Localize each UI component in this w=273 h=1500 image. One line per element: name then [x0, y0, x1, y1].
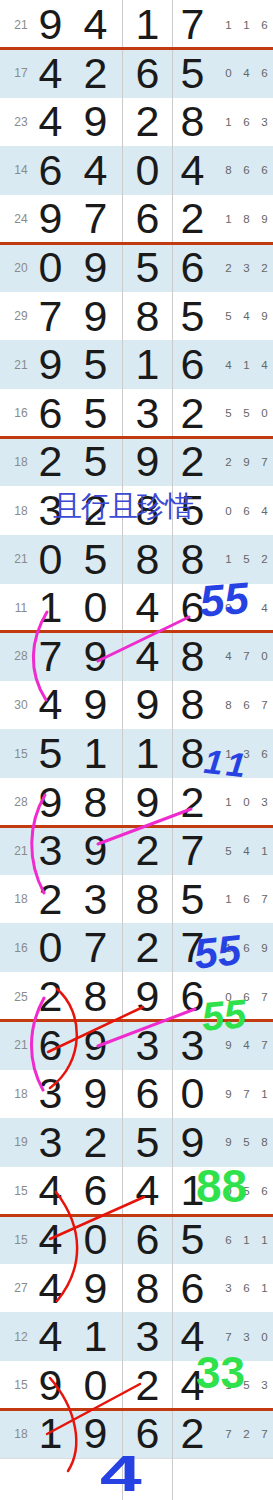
extra-digit: 5 [239, 389, 254, 438]
draw-digit: 0 [169, 1069, 215, 1118]
draw-row: 183960971 [0, 1069, 273, 1118]
draw-digit: 6 [27, 1021, 73, 1070]
extra-digit: 6 [257, 49, 272, 98]
extra-digit: 8 [221, 146, 236, 195]
extra-digit: 1 [221, 194, 236, 243]
draw-row: 166532550 [0, 389, 273, 438]
extra-digit: 7 [257, 972, 272, 1021]
extra-digit: 0 [221, 49, 236, 98]
draw-digit: 9 [72, 826, 118, 875]
draw-digit: 4 [72, 0, 118, 49]
extra-digit: 7 [257, 437, 272, 486]
extra-digit: 3 [221, 1264, 236, 1313]
draw-digit: 0 [124, 146, 170, 195]
draw-row: 146404866 [0, 146, 273, 195]
draw-digit: 8 [169, 97, 215, 146]
draw-digit: 1 [124, 0, 170, 49]
draw-digit: 6 [27, 146, 73, 195]
draw-digit: 4 [27, 1312, 73, 1361]
draw-digit: 1 [27, 1409, 73, 1458]
draw-digit: 3 [27, 826, 73, 875]
handwritten-number-blue: 4 [100, 1449, 142, 1499]
extra-digit: 7 [221, 1409, 236, 1458]
extra-digit: 4 [239, 826, 254, 875]
draw-digit: 5 [72, 437, 118, 486]
draw-row: 289892103 [0, 778, 273, 827]
extra-digit: 6 [239, 97, 254, 146]
handwritten-number-blue: 55 [198, 576, 251, 624]
draw-digit: 9 [27, 340, 73, 389]
extra-digit: 5 [221, 389, 236, 438]
draw-digit: 9 [72, 243, 118, 292]
draw-digit: 4 [27, 1215, 73, 1264]
draw-digit: 0 [27, 923, 73, 972]
extra-digit: 7 [239, 632, 254, 681]
draw-digit: 8 [169, 632, 215, 681]
extra-digit: 1 [257, 1215, 272, 1264]
draw-digit: 1 [72, 1312, 118, 1361]
extra-digit: 7 [239, 1069, 254, 1118]
extra-digit: 6 [221, 1215, 236, 1264]
draw-digit: 9 [72, 632, 118, 681]
period-separator-line [0, 825, 273, 828]
extra-digit: 2 [221, 243, 236, 292]
draw-digit: 0 [27, 535, 73, 584]
draw-digit: 2 [124, 1361, 170, 1410]
draw-digit: 2 [169, 437, 215, 486]
extra-digit: 4 [239, 49, 254, 98]
extra-digit: 6 [257, 729, 272, 778]
draw-digit: 4 [124, 632, 170, 681]
extra-digit: 9 [257, 292, 272, 341]
draw-digit: 3 [124, 1312, 170, 1361]
draw-digit: 4 [27, 1166, 73, 1215]
draw-digit: 3 [27, 1069, 73, 1118]
draw-digit: 2 [124, 97, 170, 146]
period-separator-line [0, 242, 273, 245]
draw-digit: 5 [169, 1215, 215, 1264]
draw-digit: 1 [124, 729, 170, 778]
extra-digit: 3 [257, 778, 272, 827]
draw-row: 297985549 [0, 292, 273, 341]
draw-digit: 6 [169, 243, 215, 292]
draw-digit: 7 [169, 0, 215, 49]
extra-digit: 6 [239, 486, 254, 535]
draw-digit: 8 [169, 680, 215, 729]
draw-digit: 1 [27, 583, 73, 632]
draw-digit: 9 [27, 778, 73, 827]
draw-digit: 2 [124, 923, 170, 972]
draw-digit: 1 [124, 340, 170, 389]
draw-digit: 9 [124, 680, 170, 729]
draw-digit: 0 [72, 1361, 118, 1410]
draw-row: 287948470 [0, 632, 273, 681]
draw-digit: 5 [124, 243, 170, 292]
draw-digit: 2 [27, 437, 73, 486]
draw-digit: 4 [27, 49, 73, 98]
extra-digit: 3 [239, 243, 254, 292]
period-separator-line [0, 1214, 273, 1217]
draw-digit: 9 [27, 194, 73, 243]
lottery-trend-chart: 2194171161742650462349281631464048662497… [0, 0, 273, 1500]
draw-digit: 5 [169, 49, 215, 98]
extra-digit: 7 [257, 1409, 272, 1458]
draw-digit: 4 [27, 1264, 73, 1313]
extra-digit: 1 [239, 340, 254, 389]
period-separator-line [0, 436, 273, 439]
draw-digit: 6 [27, 389, 73, 438]
draw-digit: 6 [124, 49, 170, 98]
handwritten-number-green: 88 [196, 1163, 247, 1209]
draw-digit: 7 [72, 194, 118, 243]
extra-digit: 9 [221, 1069, 236, 1118]
extra-digit: 2 [257, 243, 272, 292]
draw-digit: 0 [27, 243, 73, 292]
extra-digit: 5 [221, 826, 236, 875]
extra-digit: 1 [239, 1215, 254, 1264]
draw-digit: 8 [124, 292, 170, 341]
extra-digit: 8 [221, 680, 236, 729]
extra-digit: 6 [239, 146, 254, 195]
draw-digit: 6 [169, 1264, 215, 1313]
draw-digit: 1 [72, 729, 118, 778]
draw-row: 249762189 [0, 194, 273, 243]
draw-digit: 5 [169, 875, 215, 924]
draw-row: 304998867 [0, 680, 273, 729]
extra-digit: 4 [257, 340, 272, 389]
draw-digit: 2 [72, 49, 118, 98]
handwritten-number-blue: 55 [192, 929, 243, 976]
draw-row: 219516414 [0, 340, 273, 389]
extra-digit: 0 [239, 778, 254, 827]
draw-digit: 6 [124, 1069, 170, 1118]
extra-digit: 3 [257, 1361, 272, 1410]
column-divider-line [122, 0, 123, 1500]
draw-digit: 5 [27, 729, 73, 778]
extra-digit: 5 [221, 292, 236, 341]
extra-digit: 0 [257, 1312, 272, 1361]
draw-digit: 7 [169, 826, 215, 875]
draw-row: 200956232 [0, 243, 273, 292]
draw-digit: 0 [72, 583, 118, 632]
extra-digit: 7 [257, 875, 272, 924]
draw-digit: 6 [169, 340, 215, 389]
draw-digit: 4 [169, 146, 215, 195]
draw-digit: 8 [124, 875, 170, 924]
period-separator-line [0, 47, 273, 50]
extra-digit: 6 [239, 1264, 254, 1313]
column-divider-line [172, 0, 173, 1500]
extra-digit: 4 [221, 340, 236, 389]
extra-digit: 4 [239, 292, 254, 341]
draw-row: 154065611 [0, 1215, 273, 1264]
draw-digit: 2 [169, 194, 215, 243]
draw-digit: 7 [27, 632, 73, 681]
draw-digit: 9 [27, 0, 73, 49]
draw-row: 219417116 [0, 0, 273, 49]
extra-digit: 0 [221, 486, 236, 535]
extra-digit: 1 [221, 0, 236, 49]
draw-digit: 3 [27, 1118, 73, 1167]
draw-row: 182385167 [0, 875, 273, 924]
draw-digit: 6 [124, 1215, 170, 1264]
draw-digit: 2 [169, 1409, 215, 1458]
extra-digit: 4 [221, 632, 236, 681]
draw-digit: 9 [124, 778, 170, 827]
draw-digit: 2 [124, 826, 170, 875]
extra-digit: 6 [239, 875, 254, 924]
draw-digit: 8 [72, 778, 118, 827]
extra-digit: 0 [257, 632, 272, 681]
draw-digit: 5 [72, 389, 118, 438]
extra-digit: 4 [257, 583, 272, 632]
draw-digit: 7 [72, 923, 118, 972]
extra-digit: 1 [257, 1264, 272, 1313]
draw-digit: 4 [27, 680, 73, 729]
extra-digit: 1 [257, 1069, 272, 1118]
extra-digit: 2 [221, 437, 236, 486]
period-separator-line [0, 1408, 273, 1411]
draw-digit: 3 [72, 875, 118, 924]
draw-digit: 5 [124, 1118, 170, 1167]
period-separator-line [0, 630, 273, 633]
extra-digit: 9 [257, 194, 272, 243]
extra-digit: 7 [257, 680, 272, 729]
extra-digit: 8 [239, 194, 254, 243]
handwritten-number-blue: 11 [202, 744, 253, 783]
extra-digit: 6 [257, 146, 272, 195]
draw-digit: 9 [124, 972, 170, 1021]
handwritten-number-green: 55 [200, 993, 248, 1037]
draw-digit: 8 [72, 972, 118, 1021]
draw-digit: 5 [72, 340, 118, 389]
draw-digit: 4 [72, 146, 118, 195]
draw-row: 182592297 [0, 437, 273, 486]
extra-digit: 1 [257, 826, 272, 875]
draw-digit: 9 [124, 437, 170, 486]
draw-digit: 4 [124, 1166, 170, 1215]
extra-digit: 8 [257, 1118, 272, 1167]
draw-digit: 2 [27, 972, 73, 1021]
draw-digit: 9 [72, 292, 118, 341]
draw-digit: 9 [72, 1021, 118, 1070]
extra-digit: 7 [257, 1021, 272, 1070]
draw-digit: 9 [72, 97, 118, 146]
draw-digit: 2 [169, 389, 215, 438]
extra-digit: 9 [257, 923, 272, 972]
extra-digit: 1 [239, 0, 254, 49]
draw-digit: 3 [124, 1021, 170, 1070]
extra-digit: 4 [257, 486, 272, 535]
extra-digit: 2 [257, 535, 272, 584]
extra-digit: 3 [257, 97, 272, 146]
draw-digit: 6 [124, 194, 170, 243]
draw-row: 174265046 [0, 49, 273, 98]
draw-digit: 4 [27, 97, 73, 146]
extra-digit: 1 [221, 875, 236, 924]
handwritten-caption: 且行且珍惜 [53, 487, 193, 527]
draw-digit: 2 [169, 778, 215, 827]
extra-digit: 0 [257, 389, 272, 438]
draw-digit: 9 [72, 680, 118, 729]
draw-digit: 9 [27, 1361, 73, 1410]
handwritten-number-green: 33 [196, 1351, 245, 1395]
extra-digit: 1 [221, 778, 236, 827]
draw-digit: 2 [72, 1118, 118, 1167]
extra-digit: 6 [257, 0, 272, 49]
draw-row: 234928163 [0, 97, 273, 146]
draw-digit: 6 [72, 1166, 118, 1215]
draw-digit: 8 [124, 1264, 170, 1313]
draw-digit: 5 [169, 292, 215, 341]
draw-digit: 0 [72, 1215, 118, 1264]
draw-row: 274986361 [0, 1264, 273, 1313]
draw-digit: 3 [124, 389, 170, 438]
extra-digit: 1 [221, 97, 236, 146]
draw-digit: 8 [124, 535, 170, 584]
extra-digit: 6 [257, 1166, 272, 1215]
extra-digit: 2 [239, 1409, 254, 1458]
draw-digit: 7 [27, 292, 73, 341]
draw-digit: 9 [72, 1069, 118, 1118]
extra-digit: 9 [239, 437, 254, 486]
draw-digit: 4 [124, 583, 170, 632]
draw-digit: 5 [72, 535, 118, 584]
extra-digit: 6 [239, 680, 254, 729]
draw-row: 213927541 [0, 826, 273, 875]
draw-digit: 9 [72, 1264, 118, 1313]
draw-digit: 2 [27, 875, 73, 924]
